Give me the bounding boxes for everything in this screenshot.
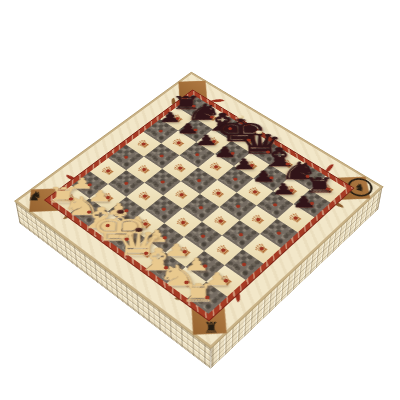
square-b4[interactable] bbox=[222, 220, 260, 249]
white-pawn[interactable]: ♟ bbox=[183, 256, 210, 273]
square-c2[interactable]: ♛♟ bbox=[165, 237, 204, 267]
crown-motif: ♛ bbox=[206, 265, 245, 296]
crown-motif: ♛ bbox=[202, 207, 240, 235]
crown-motif: ♛ bbox=[167, 267, 207, 298]
square-c3[interactable] bbox=[184, 222, 222, 251]
knight-silhouette-icon: ♞ bbox=[26, 190, 43, 203]
square-c4[interactable]: ♛ bbox=[202, 207, 240, 235]
crown-motif: ♛ bbox=[165, 237, 204, 267]
square-a5[interactable] bbox=[260, 219, 298, 248]
white-pawn[interactable]: ♟ bbox=[204, 271, 231, 289]
crown-motif: ♛ bbox=[240, 206, 277, 234]
square-e3[interactable] bbox=[145, 195, 182, 223]
square-b3[interactable]: ♛ bbox=[204, 235, 242, 265]
square-a1[interactable]: ♜ bbox=[187, 282, 227, 314]
square-a3[interactable] bbox=[225, 249, 264, 280]
ball-finial bbox=[135, 228, 142, 232]
crown-motif: ♛ bbox=[243, 234, 281, 264]
ball-finial bbox=[237, 115, 244, 118]
ball-finial bbox=[256, 130, 263, 133]
square-c5[interactable] bbox=[220, 193, 257, 221]
square-c1[interactable]: ♝ bbox=[147, 253, 186, 284]
crown-motif: ♛ bbox=[164, 208, 202, 237]
black-pawn[interactable]: ♟ bbox=[291, 195, 318, 211]
square-a2[interactable]: ♛♟ bbox=[206, 265, 245, 296]
crown-motif: ♛ bbox=[277, 204, 314, 232]
box-lid: ♞ ♜ ♞ ♜♛♞♝♛♚♛♛♝♞♛♜♛♟♟♛♟♟♛♟♟♛♟♟♛♛♛♛♛♛♛♛♛♛… bbox=[15, 72, 382, 347]
white-rook[interactable]: ♜ bbox=[180, 281, 217, 306]
white-pawn[interactable]: ♟ bbox=[143, 228, 170, 245]
petal-inlay bbox=[175, 294, 191, 303]
square-a4[interactable]: ♛ bbox=[243, 234, 281, 264]
chess-box: ♞ ♜ ♞ ♜♛♞♝♛♚♛♛♝♞♛♜♛♟♟♛♟♟♛♟♟♛♟♟♛♛♛♛♛♛♛♛♛♛… bbox=[15, 72, 382, 347]
square-b5[interactable]: ♛ bbox=[240, 206, 277, 234]
petal-inlay bbox=[63, 209, 74, 220]
petal-inlay bbox=[232, 290, 244, 303]
crown-motif: ♛ bbox=[127, 238, 166, 268]
rook-silhouette-icon: ♜ bbox=[203, 321, 219, 336]
white-knight[interactable]: ♞ bbox=[155, 261, 200, 290]
square-d1[interactable]: ♛♛ bbox=[127, 238, 166, 268]
photo-background: ♞ ♜ ♞ ♜♛♞♝♛♚♛♛♝♞♛♜♛♟♟♛♟♟♛♟♟♛♟♟♛♛♛♛♛♛♛♛♛♛… bbox=[0, 0, 400, 400]
square-b1[interactable]: ♛♞ bbox=[167, 267, 207, 298]
white-queen[interactable]: ♛ bbox=[111, 227, 165, 260]
ball-finial bbox=[117, 210, 124, 214]
white-pawn[interactable]: ♟ bbox=[163, 242, 190, 259]
crown-motif: ♛ bbox=[204, 235, 242, 265]
square-d4[interactable] bbox=[182, 194, 219, 222]
square-d3[interactable]: ♛ bbox=[164, 208, 202, 237]
white-bishop[interactable]: ♝ bbox=[133, 245, 181, 276]
petal-inlay bbox=[330, 201, 344, 208]
brown-inlay-patch bbox=[192, 306, 227, 335]
square-a6[interactable]: ♛ bbox=[277, 204, 314, 232]
square-b2[interactable]: ♟ bbox=[186, 251, 225, 282]
tulip-inlay bbox=[191, 278, 221, 305]
